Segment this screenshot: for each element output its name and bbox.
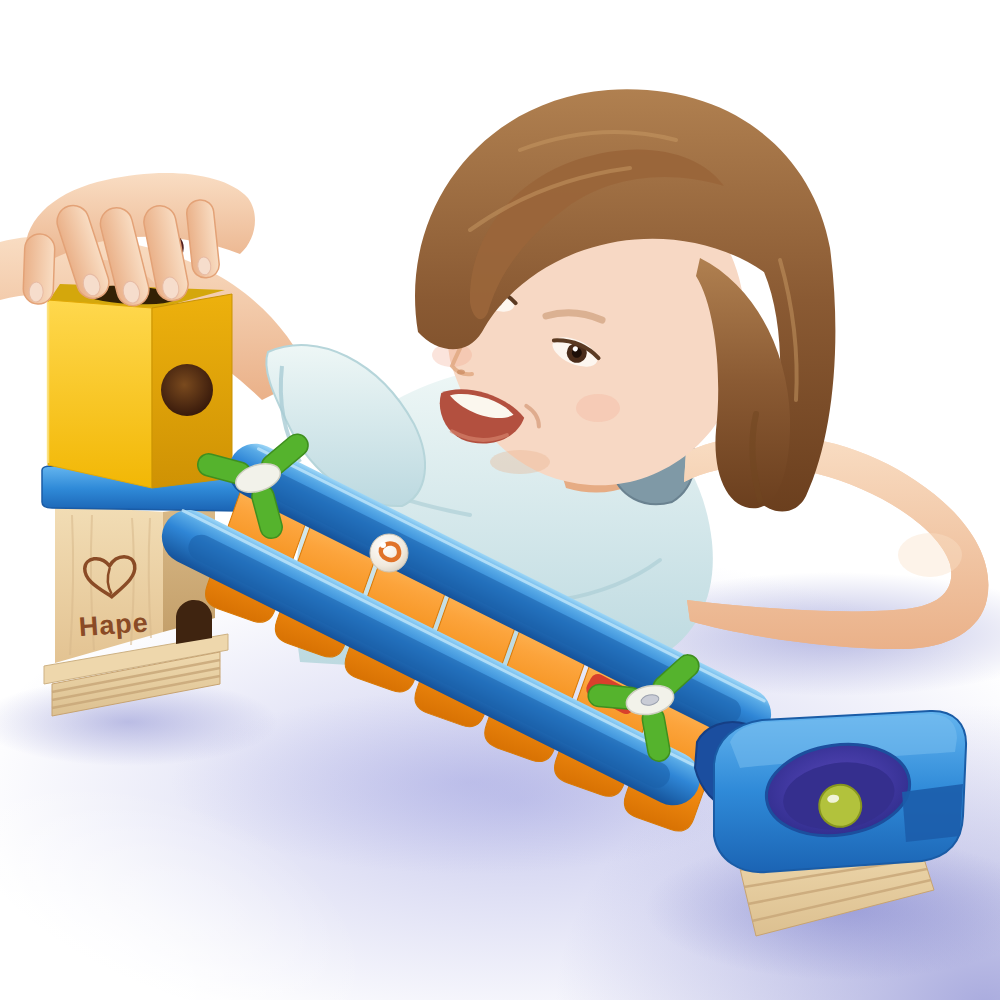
yellow-block-front (48, 300, 152, 488)
tower-arch-hole (176, 600, 212, 644)
elbow-highlight (898, 533, 962, 577)
hape-logo-text: Hape (78, 607, 150, 642)
cheek-right (576, 394, 620, 422)
yellow-block-hole (161, 364, 213, 416)
chin-shade (490, 450, 550, 474)
ramp-marble (370, 534, 408, 572)
thumb (23, 233, 55, 304)
scene-svg: Hape (0, 0, 1000, 1000)
marble-shine (380, 542, 386, 548)
photo-scene: Hape (0, 0, 1000, 1000)
marble-run-tower: Hape (42, 284, 250, 716)
catch-notch (902, 784, 963, 842)
